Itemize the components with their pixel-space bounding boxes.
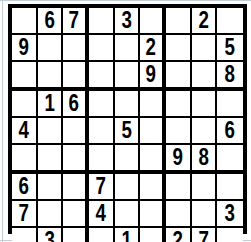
cell-r3c4[interactable] [89,62,115,91]
cell-r6c2[interactable] [38,145,64,174]
cell-r2c3[interactable] [63,35,89,62]
given-digit: 5 [121,118,131,143]
cell-r1c2: 6 [38,8,64,35]
cell-r1c8: 2 [192,8,218,35]
cell-r4c4[interactable] [89,91,115,118]
given-digit: 3 [44,228,54,242]
cell-r9c4[interactable] [89,228,115,242]
cell-r6c5[interactable] [115,145,141,174]
cell-r5c3[interactable] [63,118,89,145]
cell-r5c8[interactable] [192,118,218,145]
given-digit: 2 [173,228,183,242]
cell-r3c1[interactable] [12,62,38,91]
cell-r9c6[interactable] [140,228,166,242]
cell-r2c1: 9 [12,35,38,62]
cell-r6c6[interactable] [140,145,166,174]
cell-r2c5[interactable] [115,35,141,62]
cell-r6c1[interactable] [12,145,38,174]
cell-r8c5[interactable] [115,201,141,228]
cell-r7c7[interactable] [166,174,192,201]
given-digit: 7 [198,228,208,242]
cell-r7c1: 6 [12,174,38,201]
cell-r6c4[interactable] [89,145,115,174]
cell-r2c7[interactable] [166,35,192,62]
cell-r9c5: 1 [115,228,141,242]
cell-r4c9[interactable] [217,91,243,118]
given-digit: 1 [44,91,54,116]
cell-r1c5: 3 [115,8,141,35]
cell-r9c9[interactable] [217,228,243,242]
given-digit: 9 [173,145,183,170]
given-digit: 1 [121,228,131,242]
cell-r7c3[interactable] [63,174,89,201]
cell-r7c9[interactable] [217,174,243,201]
cell-r8c8[interactable] [192,201,218,228]
cell-r3c9: 8 [217,62,243,91]
cell-r5c9: 6 [217,118,243,145]
cell-r8c4: 4 [89,201,115,228]
given-digit: 6 [69,91,79,116]
cell-r3c8[interactable] [192,62,218,91]
given-digit: 6 [225,118,235,143]
cell-r6c8: 8 [192,145,218,174]
given-digit: 7 [96,174,106,199]
cell-r2c4[interactable] [89,35,115,62]
given-digit: 6 [44,8,54,33]
cell-r2c9: 5 [217,35,243,62]
cell-r4c5[interactable] [115,91,141,118]
cell-r4c3: 6 [63,91,89,118]
given-digit: 4 [96,201,106,226]
cell-r5c7[interactable] [166,118,192,145]
cell-r3c3[interactable] [63,62,89,91]
cell-r5c4[interactable] [89,118,115,145]
cell-r1c9[interactable] [217,8,243,35]
cell-r5c2[interactable] [38,118,64,145]
cell-r1c3: 7 [63,8,89,35]
cell-r6c3[interactable] [63,145,89,174]
cell-r7c2[interactable] [38,174,64,201]
given-digit: 2 [198,8,208,33]
given-digit: 3 [121,8,131,33]
sudoku-board: 6732925981645698677433127 [8,4,247,234]
cell-r9c1[interactable] [12,228,38,242]
cell-r6c9[interactable] [217,145,243,174]
cell-r2c8[interactable] [192,35,218,62]
cell-r9c3[interactable] [63,228,89,242]
cell-r2c6: 2 [140,35,166,62]
cell-r4c7[interactable] [166,91,192,118]
cell-r5c5: 5 [115,118,141,145]
cell-r6c7: 9 [166,145,192,174]
cell-r8c9: 3 [217,201,243,228]
cell-r4c6[interactable] [140,91,166,118]
cell-r9c2: 3 [38,228,64,242]
given-digit: 4 [19,118,29,143]
cell-r8c3[interactable] [63,201,89,228]
cell-r7c8[interactable] [192,174,218,201]
cell-r4c1[interactable] [12,91,38,118]
cell-r7c4: 7 [89,174,115,201]
cell-r9c8: 7 [192,228,218,242]
given-digit: 2 [146,35,156,60]
cell-r3c2[interactable] [38,62,64,91]
cell-r2c2[interactable] [38,35,64,62]
cell-r5c6[interactable] [140,118,166,145]
cell-r3c5[interactable] [115,62,141,91]
cell-r8c7[interactable] [166,201,192,228]
cell-r4c8[interactable] [192,91,218,118]
given-digit: 3 [225,201,235,226]
cell-r8c1: 7 [12,201,38,228]
cell-r9c7: 2 [166,228,192,242]
given-digit: 7 [19,201,29,226]
cell-r5c1: 4 [12,118,38,145]
cell-r1c7[interactable] [166,8,192,35]
cell-r1c1[interactable] [12,8,38,35]
given-digit: 7 [69,8,79,33]
given-digit: 8 [198,145,208,170]
cell-r1c4[interactable] [89,8,115,35]
given-digit: 9 [146,62,156,87]
cell-r3c7[interactable] [166,62,192,91]
cell-r8c6[interactable] [140,201,166,228]
given-digit: 9 [19,35,29,60]
cell-r8c2[interactable] [38,201,64,228]
cell-r7c6[interactable] [140,174,166,201]
cell-r4c2: 1 [38,91,64,118]
given-digit: 5 [225,35,235,60]
cell-r1c6[interactable] [140,8,166,35]
cell-r3c6: 9 [140,62,166,91]
spreadsheet-gridline-top [0,0,251,1]
cell-r7c5[interactable] [115,174,141,201]
given-digit: 6 [19,174,29,199]
given-digit: 8 [225,62,235,87]
spreadsheet-gridline-left [2,0,3,242]
